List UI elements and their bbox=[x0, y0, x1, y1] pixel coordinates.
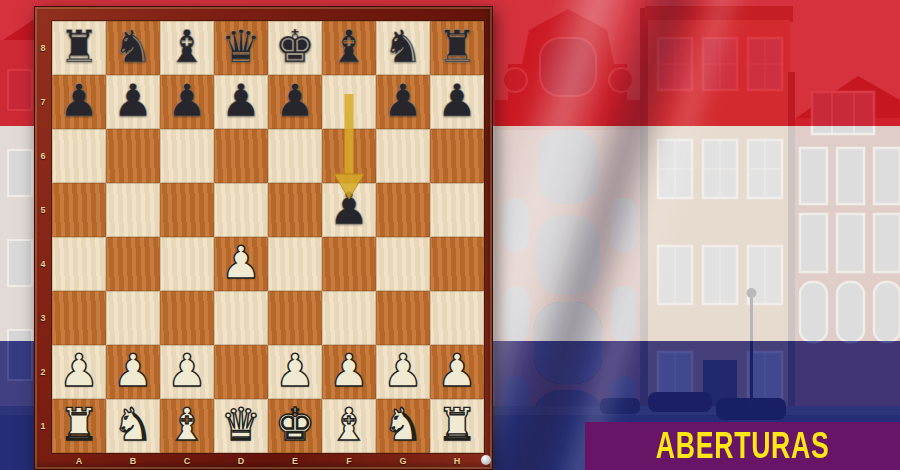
square-h8[interactable]: ♜ bbox=[430, 21, 484, 75]
black-rook-icon: ♜ bbox=[430, 21, 484, 75]
square-b5[interactable] bbox=[106, 183, 160, 237]
square-g6[interactable] bbox=[376, 129, 430, 183]
rank-label-7: 7 bbox=[34, 75, 52, 129]
rank-label-6: 6 bbox=[34, 129, 52, 183]
square-g1[interactable]: ♞ bbox=[376, 399, 430, 453]
square-g8[interactable]: ♞ bbox=[376, 21, 430, 75]
white-pawn-icon: ♟ bbox=[160, 345, 214, 399]
black-bishop-icon: ♝ bbox=[322, 21, 376, 75]
square-b3[interactable] bbox=[106, 291, 160, 345]
chess-board: 87654321 ♜♞♝♛♚♝♞♜♟♟♟♟♟♟♟♟♟♟♟♟♟♟♟♟♜♞♝♛♚♝♞… bbox=[34, 6, 493, 470]
file-label-e: E bbox=[268, 453, 322, 470]
square-c2[interactable]: ♟ bbox=[160, 345, 214, 399]
black-rook-icon: ♜ bbox=[52, 21, 106, 75]
white-pawn-icon: ♟ bbox=[52, 345, 106, 399]
square-c1[interactable]: ♝ bbox=[160, 399, 214, 453]
file-label-h: H bbox=[430, 453, 484, 470]
black-pawn-icon: ♟ bbox=[430, 75, 484, 129]
file-labels: ABCDEFGH bbox=[52, 453, 484, 470]
square-e1[interactable]: ♚ bbox=[268, 399, 322, 453]
white-king-icon: ♚ bbox=[268, 399, 322, 453]
rank-label-4: 4 bbox=[34, 237, 52, 291]
black-queen-icon: ♛ bbox=[214, 21, 268, 75]
square-g3[interactable] bbox=[376, 291, 430, 345]
square-d2[interactable] bbox=[214, 345, 268, 399]
square-e5[interactable] bbox=[268, 183, 322, 237]
frame-knob bbox=[481, 455, 491, 465]
square-f5[interactable]: ♟ bbox=[322, 183, 376, 237]
square-c5[interactable] bbox=[160, 183, 214, 237]
black-pawn-icon: ♟ bbox=[214, 75, 268, 129]
black-king-icon: ♚ bbox=[268, 21, 322, 75]
square-a8[interactable]: ♜ bbox=[52, 21, 106, 75]
square-e3[interactable] bbox=[268, 291, 322, 345]
square-f8[interactable]: ♝ bbox=[322, 21, 376, 75]
rank-label-8: 8 bbox=[34, 21, 52, 75]
black-pawn-icon: ♟ bbox=[106, 75, 160, 129]
black-pawn-icon: ♟ bbox=[268, 75, 322, 129]
square-a2[interactable]: ♟ bbox=[52, 345, 106, 399]
square-c4[interactable] bbox=[160, 237, 214, 291]
square-a4[interactable] bbox=[52, 237, 106, 291]
square-a7[interactable]: ♟ bbox=[52, 75, 106, 129]
black-pawn-icon: ♟ bbox=[52, 75, 106, 129]
square-d1[interactable]: ♛ bbox=[214, 399, 268, 453]
black-pawn-icon: ♟ bbox=[376, 75, 430, 129]
white-pawn-icon: ♟ bbox=[214, 237, 268, 291]
square-f7[interactable] bbox=[322, 75, 376, 129]
square-d3[interactable] bbox=[214, 291, 268, 345]
white-rook-icon: ♜ bbox=[52, 399, 106, 453]
square-h7[interactable]: ♟ bbox=[430, 75, 484, 129]
square-g5[interactable] bbox=[376, 183, 430, 237]
square-b6[interactable] bbox=[106, 129, 160, 183]
square-b8[interactable]: ♞ bbox=[106, 21, 160, 75]
white-knight-icon: ♞ bbox=[106, 399, 160, 453]
white-queen-icon: ♛ bbox=[214, 399, 268, 453]
square-h4[interactable] bbox=[430, 237, 484, 291]
file-label-a: A bbox=[52, 453, 106, 470]
square-d4[interactable]: ♟ bbox=[214, 237, 268, 291]
file-label-f: F bbox=[322, 453, 376, 470]
square-b4[interactable] bbox=[106, 237, 160, 291]
square-f6[interactable] bbox=[322, 129, 376, 183]
black-knight-icon: ♞ bbox=[106, 21, 160, 75]
square-d6[interactable] bbox=[214, 129, 268, 183]
black-pawn-icon: ♟ bbox=[160, 75, 214, 129]
square-c7[interactable]: ♟ bbox=[160, 75, 214, 129]
square-g2[interactable]: ♟ bbox=[376, 345, 430, 399]
white-bishop-icon: ♝ bbox=[322, 399, 376, 453]
file-label-g: G bbox=[376, 453, 430, 470]
rank-label-2: 2 bbox=[34, 345, 52, 399]
white-pawn-icon: ♟ bbox=[268, 345, 322, 399]
square-f2[interactable]: ♟ bbox=[322, 345, 376, 399]
rank-label-5: 5 bbox=[34, 183, 52, 237]
square-d5[interactable] bbox=[214, 183, 268, 237]
square-h6[interactable] bbox=[430, 129, 484, 183]
square-a1[interactable]: ♜ bbox=[52, 399, 106, 453]
square-e7[interactable]: ♟ bbox=[268, 75, 322, 129]
square-e2[interactable]: ♟ bbox=[268, 345, 322, 399]
square-c8[interactable]: ♝ bbox=[160, 21, 214, 75]
rank-label-1: 1 bbox=[34, 399, 52, 453]
square-f3[interactable] bbox=[322, 291, 376, 345]
square-e4[interactable] bbox=[268, 237, 322, 291]
black-pawn-icon: ♟ bbox=[322, 183, 376, 237]
square-d8[interactable]: ♛ bbox=[214, 21, 268, 75]
square-e8[interactable]: ♚ bbox=[268, 21, 322, 75]
square-d7[interactable]: ♟ bbox=[214, 75, 268, 129]
square-a6[interactable] bbox=[52, 129, 106, 183]
square-f1[interactable]: ♝ bbox=[322, 399, 376, 453]
square-c3[interactable] bbox=[160, 291, 214, 345]
square-e6[interactable] bbox=[268, 129, 322, 183]
aberturas-banner: ABERTURAS bbox=[585, 422, 900, 470]
board-squares: ♜♞♝♛♚♝♞♜♟♟♟♟♟♟♟♟♟♟♟♟♟♟♟♟♜♞♝♛♚♝♞♜ bbox=[52, 21, 484, 453]
white-bishop-icon: ♝ bbox=[160, 399, 214, 453]
rank-label-3: 3 bbox=[34, 291, 52, 345]
square-b2[interactable]: ♟ bbox=[106, 345, 160, 399]
file-label-d: D bbox=[214, 453, 268, 470]
square-h1[interactable]: ♜ bbox=[430, 399, 484, 453]
square-c6[interactable] bbox=[160, 129, 214, 183]
rank-labels: 87654321 bbox=[34, 21, 52, 453]
square-a3[interactable] bbox=[52, 291, 106, 345]
square-h2[interactable]: ♟ bbox=[430, 345, 484, 399]
banner-label: ABERTURAS bbox=[656, 425, 830, 467]
square-b7[interactable]: ♟ bbox=[106, 75, 160, 129]
white-pawn-icon: ♟ bbox=[106, 345, 160, 399]
square-h3[interactable] bbox=[430, 291, 484, 345]
file-label-c: C bbox=[160, 453, 214, 470]
white-pawn-icon: ♟ bbox=[430, 345, 484, 399]
white-pawn-icon: ♟ bbox=[322, 345, 376, 399]
white-knight-icon: ♞ bbox=[376, 399, 430, 453]
square-g7[interactable]: ♟ bbox=[376, 75, 430, 129]
white-pawn-icon: ♟ bbox=[376, 345, 430, 399]
square-f4[interactable] bbox=[322, 237, 376, 291]
screenshot-root: 87654321 ♜♞♝♛♚♝♞♜♟♟♟♟♟♟♟♟♟♟♟♟♟♟♟♟♜♞♝♛♚♝♞… bbox=[0, 0, 900, 470]
square-b1[interactable]: ♞ bbox=[106, 399, 160, 453]
file-label-b: B bbox=[106, 453, 160, 470]
black-knight-icon: ♞ bbox=[376, 21, 430, 75]
square-g4[interactable] bbox=[376, 237, 430, 291]
square-h5[interactable] bbox=[430, 183, 484, 237]
square-a5[interactable] bbox=[52, 183, 106, 237]
black-bishop-icon: ♝ bbox=[160, 21, 214, 75]
white-rook-icon: ♜ bbox=[430, 399, 484, 453]
